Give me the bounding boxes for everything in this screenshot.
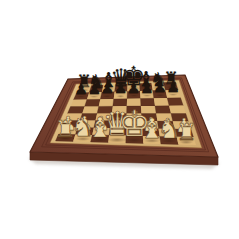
- piece-black-pawn-b7[interactable]: ♟: [87, 82, 101, 97]
- square-h6[interactable]: [167, 98, 183, 106]
- piece-black-pawn-a7[interactable]: ♟: [74, 82, 88, 97]
- piece-white-rook-h1[interactable]: ♜: [176, 119, 197, 142]
- square-b6[interactable]: [85, 99, 101, 106]
- piece-black-pawn-g7[interactable]: ♟: [153, 80, 167, 95]
- piece-black-pawn-c7[interactable]: ♟: [101, 82, 115, 97]
- piece-black-pawn-d7[interactable]: ♟: [114, 81, 128, 96]
- chess-set-photo: ♜♞♝♛♚♝♞♜♟♟♟♟♟♟♟♟♟♟♟♟♟♟♟♟♜♞♝♛♚♝♞♜: [0, 0, 239, 239]
- piece-black-pawn-e7[interactable]: ♟: [127, 81, 141, 96]
- piece-black-pawn-f7[interactable]: ♟: [140, 81, 154, 96]
- piece-black-pawn-h7[interactable]: ♟: [166, 80, 180, 95]
- square-g6[interactable]: [154, 98, 169, 106]
